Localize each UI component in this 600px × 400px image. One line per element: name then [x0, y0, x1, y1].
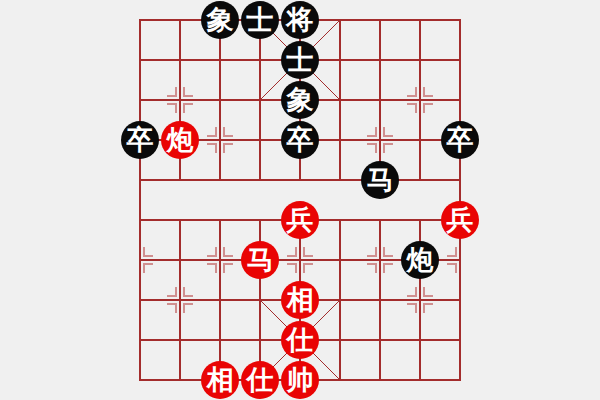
piece-red-elephant[interactable]: 相 — [281, 281, 319, 319]
piece-red-general[interactable]: 帅 — [281, 361, 319, 399]
piece-red-horse[interactable]: 马 — [241, 241, 279, 279]
piece-red-elephant[interactable]: 相 — [201, 361, 239, 399]
piece-black-cannon[interactable]: 炮 — [401, 241, 439, 279]
piece-red-soldier[interactable]: 兵 — [281, 201, 319, 239]
piece-black-soldier[interactable]: 卒 — [281, 121, 319, 159]
piece-red-advisor[interactable]: 仕 — [241, 361, 279, 399]
piece-black-soldier[interactable]: 卒 — [121, 121, 159, 159]
xiangqi-board: 象士将士象卒卒卒马炮炮兵兵马相仕相仕帅 — [0, 0, 600, 400]
piece-black-elephant[interactable]: 象 — [201, 1, 239, 39]
piece-red-advisor[interactable]: 仕 — [281, 321, 319, 359]
piece-black-soldier[interactable]: 卒 — [441, 121, 479, 159]
piece-black-general[interactable]: 将 — [281, 1, 319, 39]
piece-black-horse[interactable]: 马 — [361, 161, 399, 199]
piece-black-advisor[interactable]: 士 — [241, 1, 279, 39]
piece-black-advisor[interactable]: 士 — [281, 41, 319, 79]
pieces-grid: 象士将士象卒卒卒马炮炮兵兵马相仕相仕帅 — [120, 0, 480, 400]
piece-red-soldier[interactable]: 兵 — [441, 201, 479, 239]
piece-red-cannon[interactable]: 炮 — [161, 121, 199, 159]
piece-black-elephant[interactable]: 象 — [281, 81, 319, 119]
